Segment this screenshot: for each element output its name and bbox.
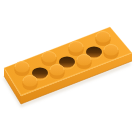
stud-front-4 <box>104 45 119 60</box>
stud-back-1 <box>15 62 30 77</box>
stud-front-2 <box>50 65 65 80</box>
stud-front-3 <box>77 55 92 70</box>
stud-back-4 <box>96 32 111 47</box>
stud-front-1 <box>23 76 38 91</box>
stud-back-3 <box>69 42 84 57</box>
lego-plate-render <box>0 0 135 135</box>
product-image <box>0 0 135 135</box>
stud-back-2 <box>42 52 57 67</box>
